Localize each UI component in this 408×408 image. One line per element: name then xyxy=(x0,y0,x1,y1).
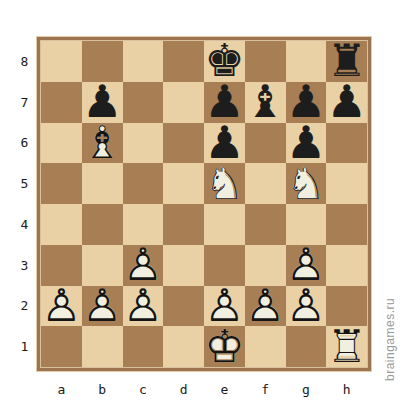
square-f5[interactable] xyxy=(245,163,286,204)
square-h6[interactable] xyxy=(326,123,367,164)
white-knight: ♞♘ xyxy=(204,164,244,204)
square-b5[interactable] xyxy=(82,163,123,204)
white-pawn: ♟♙ xyxy=(41,286,81,326)
chess-board: ♚♜♟♟♝♟♟♝♗♟♟♞♘♞♘♟♙♟♙♟♙♟♙♟♙♟♙♟♙♟♙♚♔♜♖ xyxy=(41,41,367,367)
white-knight: ♞♘ xyxy=(286,164,326,204)
file-label-f: f xyxy=(245,372,286,406)
file-labels: abcdefgh xyxy=(41,372,367,406)
square-h4[interactable] xyxy=(326,204,367,245)
square-h1[interactable]: ♜♖ xyxy=(326,326,367,367)
white-pawn: ♟♙ xyxy=(82,286,122,326)
square-a8[interactable] xyxy=(41,41,82,82)
square-f1[interactable] xyxy=(245,326,286,367)
file-label-c: c xyxy=(123,372,164,406)
square-c6[interactable] xyxy=(123,123,164,164)
square-g1[interactable] xyxy=(286,326,327,367)
square-h5[interactable] xyxy=(326,163,367,204)
file-label-a: a xyxy=(41,372,82,406)
square-f4[interactable] xyxy=(245,204,286,245)
square-a4[interactable] xyxy=(41,204,82,245)
square-e5[interactable]: ♞♘ xyxy=(204,163,245,204)
square-f6[interactable] xyxy=(245,123,286,164)
square-b6[interactable]: ♝♗ xyxy=(82,123,123,164)
square-a2[interactable]: ♟♙ xyxy=(41,286,82,327)
rank-label-4: 4 xyxy=(13,204,36,245)
square-f7[interactable]: ♝ xyxy=(245,82,286,123)
square-a1[interactable] xyxy=(41,326,82,367)
black-pawn: ♟ xyxy=(327,82,367,122)
rank-label-8: 8 xyxy=(13,41,36,82)
square-c2[interactable]: ♟♙ xyxy=(123,286,164,327)
square-b4[interactable] xyxy=(82,204,123,245)
square-c8[interactable] xyxy=(123,41,164,82)
square-a7[interactable] xyxy=(41,82,82,123)
rank-label-7: 7 xyxy=(13,82,36,123)
watermark-braingames: braingames.ru xyxy=(383,241,397,381)
file-label-d: d xyxy=(163,372,204,406)
rank-label-6: 6 xyxy=(13,123,36,164)
square-g5[interactable]: ♞♘ xyxy=(286,163,327,204)
rank-label-5: 5 xyxy=(13,163,36,204)
square-g2[interactable]: ♟♙ xyxy=(286,286,327,327)
square-c7[interactable] xyxy=(123,82,164,123)
rank-label-1: 1 xyxy=(13,326,36,367)
square-b2[interactable]: ♟♙ xyxy=(82,286,123,327)
square-d5[interactable] xyxy=(163,163,204,204)
square-a6[interactable] xyxy=(41,123,82,164)
square-h3[interactable] xyxy=(326,245,367,286)
white-bishop: ♝♗ xyxy=(82,123,122,163)
square-f2[interactable]: ♟♙ xyxy=(245,286,286,327)
white-pawn: ♟♙ xyxy=(286,286,326,326)
white-pawn: ♟♙ xyxy=(245,286,285,326)
white-rook: ♜♖ xyxy=(327,327,367,367)
file-label-h: h xyxy=(326,372,367,406)
square-d1[interactable] xyxy=(163,326,204,367)
rank-labels: 87654321 xyxy=(13,41,36,367)
chess-diagram-page: { "game": "chess", "position": "4k2r/1p2… xyxy=(0,0,408,408)
white-king: ♚♔ xyxy=(204,327,244,367)
square-c1[interactable] xyxy=(123,326,164,367)
square-d2[interactable] xyxy=(163,286,204,327)
square-d3[interactable] xyxy=(163,245,204,286)
square-h7[interactable]: ♟ xyxy=(326,82,367,123)
square-c5[interactable] xyxy=(123,163,164,204)
square-d6[interactable] xyxy=(163,123,204,164)
square-a5[interactable] xyxy=(41,163,82,204)
square-e4[interactable] xyxy=(204,204,245,245)
black-bishop: ♝ xyxy=(245,82,285,122)
rank-label-2: 2 xyxy=(13,286,36,327)
square-d7[interactable] xyxy=(163,82,204,123)
square-d8[interactable] xyxy=(163,41,204,82)
white-pawn: ♟♙ xyxy=(123,286,163,326)
square-b1[interactable] xyxy=(82,326,123,367)
file-label-b: b xyxy=(82,372,123,406)
square-d4[interactable] xyxy=(163,204,204,245)
rank-label-3: 3 xyxy=(13,245,36,286)
square-e1[interactable]: ♚♔ xyxy=(204,326,245,367)
chess-board-frame: ♚♜♟♟♝♟♟♝♗♟♟♞♘♞♘♟♙♟♙♟♙♟♙♟♙♟♙♟♙♟♙♚♔♜♖ xyxy=(36,36,372,372)
file-label-e: e xyxy=(204,372,245,406)
file-label-g: g xyxy=(286,372,327,406)
